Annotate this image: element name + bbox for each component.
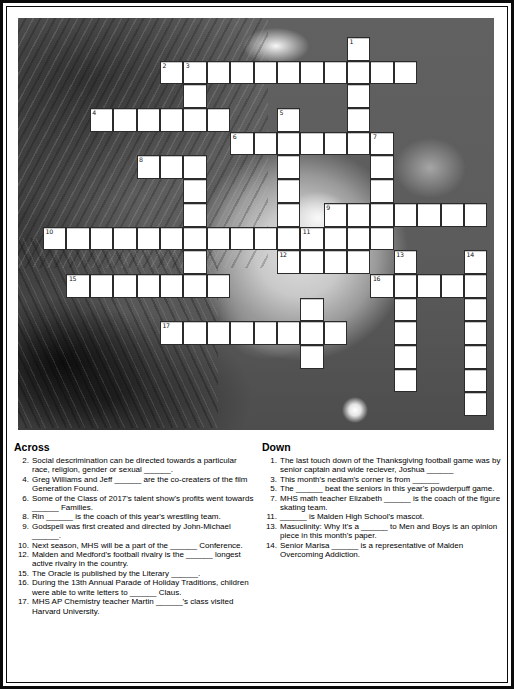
grid-cell[interactable] — [230, 61, 253, 85]
grid-cell[interactable] — [183, 179, 206, 203]
grid-cell[interactable] — [324, 132, 347, 156]
cell-number: 3 — [186, 62, 190, 69]
grid-cell[interactable] — [300, 345, 323, 369]
grid-cell[interactable] — [183, 84, 206, 108]
grid-cell[interactable] — [90, 274, 113, 298]
clue-item: 1.The last touch down of the Thanksgivin… — [262, 456, 504, 475]
clue-number: 10. — [14, 541, 32, 550]
grid-cell[interactable] — [207, 108, 230, 132]
grid-cell[interactable] — [347, 203, 370, 227]
cell-number: 14 — [467, 251, 474, 258]
grid-cell[interactable] — [300, 250, 323, 274]
clue-text: ______ is Malden High School's mascot. — [280, 512, 504, 521]
clue-text: The Oracle is published by the Literary … — [32, 569, 254, 578]
clue-number: 16. — [14, 578, 32, 597]
across-clue-list: 2.Social descrimination can be directed … — [14, 456, 254, 616]
down-heading: Down — [262, 441, 504, 453]
grid-cell[interactable] — [183, 250, 206, 274]
cell-number: 11 — [303, 228, 310, 235]
grid-cell[interactable] — [207, 227, 230, 251]
grid-cell[interactable] — [254, 61, 277, 85]
grid-cell[interactable] — [464, 203, 487, 227]
grid-cell[interactable] — [347, 108, 370, 132]
clue-item: 3.This month's nedlam's corner is from _… — [262, 475, 504, 484]
clue-number: 2. — [14, 456, 32, 475]
clue-text: This month's nedlam's corner is from ___… — [280, 475, 504, 484]
grid-cell[interactable] — [207, 274, 230, 298]
clue-text: The ______ beat the seniors in this year… — [280, 484, 504, 493]
grid-cell[interactable] — [160, 108, 183, 132]
grid-cell[interactable]: 6 — [230, 132, 253, 156]
clue-text: Rin ______ is the coach of this year's w… — [32, 512, 254, 521]
grid-cell[interactable] — [277, 227, 300, 251]
grid-cell[interactable] — [347, 61, 370, 85]
clue-item: 12.Malden and Medford's football rivalry… — [14, 550, 254, 569]
grid-cell[interactable] — [207, 61, 230, 85]
grid-cell[interactable] — [464, 274, 487, 298]
grid-cell[interactable] — [277, 132, 300, 156]
clue-text: Malden and Medford's football rivalry is… — [32, 550, 254, 569]
clue-item: 8.Rin ______ is the coach of this year's… — [14, 512, 254, 521]
grid-cell[interactable]: 9 — [324, 203, 347, 227]
cell-number: 16 — [373, 275, 380, 282]
clue-number: 6. — [14, 494, 32, 513]
grid-cell[interactable] — [370, 203, 393, 227]
clue-item: 15.The Oracle is published by the Litera… — [14, 569, 254, 578]
grid-cell[interactable] — [254, 132, 277, 156]
grid-cell[interactable] — [137, 274, 160, 298]
cell-number: 10 — [46, 228, 53, 235]
clue-text: MHS math teacher Elizabeth ______ is the… — [280, 494, 504, 513]
grid-cell[interactable] — [254, 321, 277, 345]
clue-text: Godspell was first created and directed … — [32, 522, 254, 541]
grid-cell[interactable] — [160, 227, 183, 251]
clue-number: 8. — [14, 512, 32, 521]
grid-cell[interactable] — [464, 321, 487, 345]
grid-cell[interactable] — [370, 227, 393, 251]
grid-cell[interactable] — [300, 61, 323, 85]
clue-number: 1. — [262, 456, 280, 475]
cell-number: 6 — [233, 133, 237, 140]
cell-number: 15 — [69, 275, 76, 282]
clue-text: The last touch down of the Thanksgiving … — [280, 456, 504, 475]
clue-text: MHS AP Chemistry teacher Martin ______'s… — [32, 597, 254, 616]
clue-item: 10.Next season, MHS will be a part of th… — [14, 541, 254, 550]
newspaper-puzzle-page: 1234567891011121314151617 Across 2.Socia… — [0, 0, 514, 689]
grid-cell[interactable]: 7 — [370, 132, 393, 156]
grid-cell[interactable]: 5 — [277, 108, 300, 132]
grid-cell[interactable] — [464, 298, 487, 322]
grid-cell[interactable] — [183, 321, 206, 345]
grid-cell[interactable] — [137, 108, 160, 132]
grid-cell[interactable] — [277, 155, 300, 179]
clue-item: 7.MHS math teacher Elizabeth ______ is t… — [262, 494, 504, 513]
grid-cell[interactable] — [230, 227, 253, 251]
grid-cell[interactable] — [324, 321, 347, 345]
clue-text: Social descrimination can be directed to… — [32, 456, 254, 475]
grid-cell[interactable] — [347, 132, 370, 156]
grid-cell[interactable] — [370, 179, 393, 203]
grid-cell[interactable] — [300, 298, 323, 322]
grid-cell[interactable] — [113, 274, 136, 298]
grid-cell[interactable] — [277, 179, 300, 203]
clue-text: Senior Marisa ______ is a representative… — [280, 541, 504, 560]
grid-cell[interactable] — [370, 61, 393, 85]
down-clue-list: 1.The last touch down of the Thanksgivin… — [262, 456, 504, 559]
clue-number: 3. — [262, 475, 280, 484]
grid-cell[interactable]: 10 — [43, 227, 66, 251]
grid-cell[interactable]: 2 — [160, 61, 183, 85]
cell-number: 7 — [373, 133, 377, 140]
grid-cell[interactable] — [300, 321, 323, 345]
clue-number: 14. — [262, 541, 280, 560]
grid-cell[interactable] — [113, 227, 136, 251]
clue-text: Greg Williams and Jeff ______ are the co… — [32, 475, 254, 494]
grid-cell[interactable]: 8 — [137, 155, 160, 179]
grid-cell[interactable]: 11 — [300, 227, 323, 251]
cell-number: 17 — [162, 322, 169, 329]
clue-text: During the 13th Annual Parade of Holiday… — [32, 578, 254, 597]
cell-number: 4 — [92, 109, 96, 116]
grid-cell[interactable] — [230, 321, 253, 345]
grid-cell[interactable] — [464, 392, 487, 416]
cell-number: 13 — [396, 251, 403, 258]
across-clues-column: Across 2.Social descrimination can be di… — [14, 441, 254, 616]
grid-cell[interactable] — [417, 203, 440, 227]
grid-cell[interactable] — [137, 227, 160, 251]
clue-item: 16.During the 13th Annual Parade of Holi… — [14, 578, 254, 597]
grid-cell[interactable] — [394, 274, 417, 298]
grid-cell[interactable] — [324, 227, 347, 251]
grid-cell[interactable] — [183, 203, 206, 227]
grid-cell[interactable] — [417, 274, 440, 298]
cell-number: 9 — [326, 204, 330, 211]
grid-cell[interactable] — [347, 250, 370, 274]
grid-cell[interactable] — [183, 155, 206, 179]
grid-cell[interactable] — [183, 227, 206, 251]
grid-cell[interactable] — [394, 345, 417, 369]
clue-item: 9.Godspell was first created and directe… — [14, 522, 254, 541]
clue-item: 14.Senior Marisa ______ is a representat… — [262, 541, 504, 560]
clue-number: 15. — [14, 569, 32, 578]
clue-number: 17. — [14, 597, 32, 616]
grid-cell[interactable] — [66, 227, 89, 251]
across-heading: Across — [14, 441, 254, 453]
clue-number: 11. — [262, 512, 280, 521]
grid-cell[interactable] — [160, 155, 183, 179]
grid-cell[interactable] — [464, 369, 487, 393]
cell-number: 1 — [350, 38, 354, 45]
down-clues-column: Down 1.The last touch down of the Thanks… — [262, 441, 504, 559]
clue-item: 2.Social descrimination can be directed … — [14, 456, 254, 475]
cell-number: 12 — [279, 251, 286, 258]
grid-cell[interactable] — [90, 227, 113, 251]
cell-number: 2 — [162, 62, 166, 69]
grid-cell[interactable] — [277, 321, 300, 345]
clue-number: 5. — [262, 484, 280, 493]
grid-cell[interactable]: 17 — [160, 321, 183, 345]
grid-cell[interactable] — [347, 227, 370, 251]
grid-cell[interactable] — [394, 61, 417, 85]
grid-cell[interactable] — [183, 274, 206, 298]
clue-item: 11.______ is Malden High School's mascot… — [262, 512, 504, 521]
grid-cell[interactable] — [441, 203, 464, 227]
grid-cell[interactable] — [394, 203, 417, 227]
clue-text: Some of the Class of 2017's talent show'… — [32, 494, 254, 513]
clue-number: 9. — [14, 522, 32, 541]
clue-number: 7. — [262, 494, 280, 513]
grid-cell[interactable] — [113, 108, 136, 132]
clue-item: 6.Some of the Class of 2017's talent sho… — [14, 494, 254, 513]
grid-cell[interactable] — [464, 345, 487, 369]
crossword-grid: 1234567891011121314151617 — [43, 37, 487, 416]
grid-cell[interactable] — [324, 61, 347, 85]
grid-cell[interactable]: 4 — [90, 108, 113, 132]
grid-cell[interactable] — [160, 274, 183, 298]
grid-cell[interactable]: 16 — [370, 274, 393, 298]
clue-item: 5.The ______ beat the seniors in this ye… — [262, 484, 504, 493]
grid-cell[interactable] — [441, 274, 464, 298]
clue-text: Next season, MHS will be a part of the _… — [32, 541, 254, 550]
cell-number: 8 — [139, 156, 143, 163]
grid-cell[interactable] — [300, 132, 323, 156]
grid-cell[interactable]: 15 — [66, 274, 89, 298]
grid-cell[interactable] — [207, 321, 230, 345]
clue-number: 13. — [262, 522, 280, 541]
grid-cell[interactable]: 3 — [183, 61, 206, 85]
grid-cell[interactable] — [324, 250, 347, 274]
grid-cell[interactable] — [394, 369, 417, 393]
clue-item: 13.Masuclinity: Why It's a ______ to Men… — [262, 522, 504, 541]
grid-cell[interactable] — [183, 108, 206, 132]
cell-number: 5 — [279, 109, 283, 116]
clue-text: Masuclinity: Why It's a ______ to Men an… — [280, 522, 504, 541]
clue-item: 17.MHS AP Chemistry teacher Martin _____… — [14, 597, 254, 616]
grid-cell[interactable] — [394, 298, 417, 322]
grid-cell[interactable]: 12 — [277, 250, 300, 274]
clue-item: 4.Greg Williams and Jeff ______ are the … — [14, 475, 254, 494]
grid-cell[interactable]: 13 — [394, 250, 417, 274]
clue-number: 12. — [14, 550, 32, 569]
grid-cell[interactable] — [277, 203, 300, 227]
grid-cell[interactable] — [277, 61, 300, 85]
grid-cell[interactable]: 14 — [464, 250, 487, 274]
grid-cell[interactable]: 1 — [347, 37, 370, 61]
grid-cell[interactable] — [254, 227, 277, 251]
grid-cell[interactable] — [394, 321, 417, 345]
grid-cell[interactable] — [347, 84, 370, 108]
grid-cell[interactable] — [370, 155, 393, 179]
clue-number: 4. — [14, 475, 32, 494]
